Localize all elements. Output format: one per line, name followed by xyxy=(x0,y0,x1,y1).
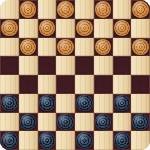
square-g2 xyxy=(113,113,132,132)
square-b1 xyxy=(19,131,38,150)
square-f6[interactable] xyxy=(94,38,113,57)
square-e2 xyxy=(75,113,94,132)
square-c6 xyxy=(38,38,57,57)
square-g1[interactable] xyxy=(113,131,132,150)
square-d4[interactable] xyxy=(56,75,75,94)
orange-checker-piece[interactable] xyxy=(132,39,149,56)
square-d8[interactable] xyxy=(56,0,75,19)
square-d3 xyxy=(56,94,75,113)
square-c8 xyxy=(38,0,57,19)
square-b8[interactable] xyxy=(19,0,38,19)
orange-checker-piece[interactable] xyxy=(76,20,93,37)
square-h6[interactable] xyxy=(131,38,150,57)
square-e3[interactable] xyxy=(75,94,94,113)
square-g6 xyxy=(113,38,132,57)
square-g8 xyxy=(113,0,132,19)
square-c5[interactable] xyxy=(38,56,57,75)
blue-checker-piece[interactable] xyxy=(20,114,37,131)
checkers-app-window xyxy=(0,0,150,150)
square-a5[interactable] xyxy=(0,56,19,75)
blue-checker-piece[interactable] xyxy=(1,95,18,112)
square-h2[interactable] xyxy=(131,113,150,132)
square-e5[interactable] xyxy=(75,56,94,75)
square-h7 xyxy=(131,19,150,38)
orange-checker-piece[interactable] xyxy=(132,1,149,18)
square-g4 xyxy=(113,75,132,94)
blue-checker-piece[interactable] xyxy=(132,114,149,131)
square-f1 xyxy=(94,131,113,150)
orange-checker-piece[interactable] xyxy=(114,20,131,37)
orange-checker-piece[interactable] xyxy=(1,20,18,37)
blue-checker-piece[interactable] xyxy=(39,132,56,149)
square-a1[interactable] xyxy=(0,131,19,150)
blue-checker-piece[interactable] xyxy=(57,114,74,131)
square-a8 xyxy=(0,0,19,19)
square-c3[interactable] xyxy=(38,94,57,113)
square-d7 xyxy=(56,19,75,38)
square-b3 xyxy=(19,94,38,113)
square-a4 xyxy=(0,75,19,94)
blue-checker-piece[interactable] xyxy=(114,95,131,112)
orange-checker-piece[interactable] xyxy=(95,1,112,18)
square-e1[interactable] xyxy=(75,131,94,150)
square-b2[interactable] xyxy=(19,113,38,132)
square-f8[interactable] xyxy=(94,0,113,19)
blue-checker-piece[interactable] xyxy=(1,132,18,149)
square-d1 xyxy=(56,131,75,150)
orange-checker-piece[interactable] xyxy=(20,1,37,18)
square-e6 xyxy=(75,38,94,57)
orange-checker-piece[interactable] xyxy=(20,39,37,56)
square-a2 xyxy=(0,113,19,132)
square-a6 xyxy=(0,38,19,57)
square-c2 xyxy=(38,113,57,132)
square-e7[interactable] xyxy=(75,19,94,38)
square-f4[interactable] xyxy=(94,75,113,94)
square-h8[interactable] xyxy=(131,0,150,19)
square-f2[interactable] xyxy=(94,113,113,132)
square-b5 xyxy=(19,56,38,75)
blue-checker-piece[interactable] xyxy=(39,95,56,112)
square-c7[interactable] xyxy=(38,19,57,38)
square-b7 xyxy=(19,19,38,38)
square-d6[interactable] xyxy=(56,38,75,57)
orange-checker-piece[interactable] xyxy=(57,39,74,56)
square-d5 xyxy=(56,56,75,75)
square-e4 xyxy=(75,75,94,94)
orange-checker-piece[interactable] xyxy=(57,1,74,18)
checkers-board xyxy=(0,0,150,150)
blue-checker-piece[interactable] xyxy=(114,132,131,149)
blue-checker-piece[interactable] xyxy=(95,114,112,131)
orange-checker-piece[interactable] xyxy=(95,39,112,56)
square-a7[interactable] xyxy=(0,19,19,38)
blue-checker-piece[interactable] xyxy=(76,132,93,149)
square-g5[interactable] xyxy=(113,56,132,75)
square-h3 xyxy=(131,94,150,113)
square-d2[interactable] xyxy=(56,113,75,132)
square-g3[interactable] xyxy=(113,94,132,113)
square-h5 xyxy=(131,56,150,75)
blue-checker-piece[interactable] xyxy=(76,95,93,112)
square-b6[interactable] xyxy=(19,38,38,57)
square-g7[interactable] xyxy=(113,19,132,38)
square-e8 xyxy=(75,0,94,19)
orange-checker-piece[interactable] xyxy=(39,20,56,37)
square-c1[interactable] xyxy=(38,131,57,150)
square-h4[interactable] xyxy=(131,75,150,94)
square-h1 xyxy=(131,131,150,150)
square-f7 xyxy=(94,19,113,38)
square-f3 xyxy=(94,94,113,113)
square-b4[interactable] xyxy=(19,75,38,94)
square-f5 xyxy=(94,56,113,75)
square-c4 xyxy=(38,75,57,94)
square-a3[interactable] xyxy=(0,94,19,113)
